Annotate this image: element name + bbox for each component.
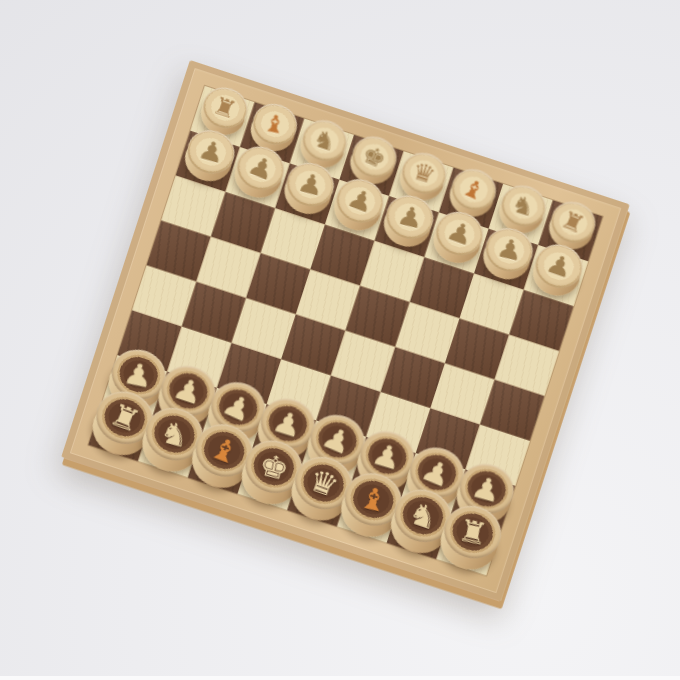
piece-glyph: ♚ (359, 141, 391, 172)
piece-glyph: ♜ (558, 207, 589, 238)
square-a8[interactable]: ♜ (436, 514, 500, 575)
piece-glyph: ♟ (417, 453, 456, 492)
piece-glyph: ♟ (394, 201, 425, 233)
bottom-strip (0, 676, 680, 680)
board-border: ♜♝♞♚♛♝♞♜♟♟♟♟♟♟♟♟♟♟♟♟♟♟♟♟♜♞♝♚♛♝♞♜ (61, 60, 630, 601)
piece-glyph: ♟ (494, 234, 525, 266)
white-bishop[interactable]: ♝ (248, 98, 302, 150)
white-knight[interactable]: ♞ (297, 115, 351, 167)
piece-glyph: ♟ (369, 438, 406, 475)
piece-glyph: ♟ (244, 151, 278, 185)
photo-background: ♜♝♞♚♛♝♞♜♟♟♟♟♟♟♟♟♟♟♟♟♟♟♟♟♜♞♝♚♛♝♞♜ (0, 0, 680, 680)
piece-glyph: ♞ (509, 191, 538, 220)
piece-glyph: ♟ (295, 168, 326, 200)
chess-board: ♜♝♞♚♛♝♞♜♟♟♟♟♟♟♟♟♟♟♟♟♟♟♟♟♜♞♝♚♛♝♞♜ (61, 60, 630, 601)
piece-glyph: ♜ (456, 514, 490, 550)
piece-glyph: ♟ (195, 136, 227, 168)
piece-glyph: ♟ (122, 357, 156, 393)
white-knight[interactable]: ♞ (496, 180, 550, 232)
piece-glyph: ♟ (542, 249, 575, 282)
piece-glyph: ♟ (170, 372, 208, 410)
white-rook[interactable]: ♜ (546, 196, 600, 248)
piece-glyph: ♞ (310, 126, 340, 156)
piece-glyph: ♟ (469, 470, 505, 507)
piece-glyph: ♟ (218, 388, 258, 427)
white-rook[interactable]: ♜ (198, 82, 252, 134)
piece-glyph: ♟ (343, 184, 377, 218)
piece-glyph: ♞ (157, 416, 193, 453)
piece-glyph: ♚ (256, 449, 291, 485)
piece-glyph: ♛ (304, 464, 342, 502)
white-king[interactable]: ♚ (347, 131, 401, 183)
board-grid: ♜♝♞♚♛♝♞♜♟♟♟♟♟♟♟♟♟♟♟♟♟♟♟♟♜♞♝♚♛♝♞♜ (88, 86, 602, 576)
piece-glyph: ♜ (105, 398, 144, 437)
piece-glyph: ♝ (356, 481, 391, 517)
piece-glyph: ♞ (404, 497, 442, 535)
piece-glyph: ♛ (409, 158, 438, 188)
piece-glyph: ♜ (210, 93, 240, 123)
piece-glyph: ♝ (458, 174, 489, 205)
piece-glyph: ♟ (443, 217, 477, 251)
piece-glyph: ♟ (269, 405, 306, 443)
white-queen[interactable]: ♛ (397, 147, 451, 199)
piece-glyph: ♝ (261, 110, 288, 138)
white-bishop[interactable]: ♝ (447, 164, 501, 216)
piece-glyph: ♟ (318, 420, 358, 459)
piece-glyph: ♝ (205, 431, 244, 470)
